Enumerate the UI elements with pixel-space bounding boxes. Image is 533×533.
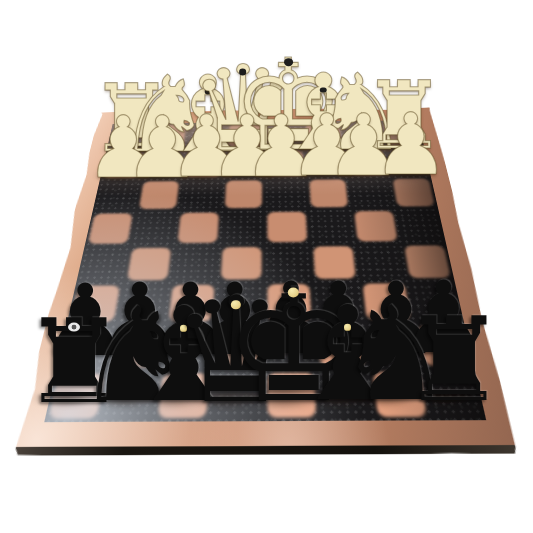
square[interactable] — [308, 209, 355, 244]
square[interactable] — [351, 208, 400, 243]
copper-square-tile — [177, 212, 218, 242]
square[interactable] — [174, 210, 221, 245]
square[interactable] — [219, 210, 264, 245]
square[interactable] — [129, 210, 178, 245]
square[interactable] — [395, 208, 446, 243]
chessboard-photo: ♜♞♝♛♚♝♞♜♟♟♟♟♟♟♟♟♟♟♟♟♟♟♟♟♜♞♝♛♚♝♞♜ — [0, 0, 533, 533]
square[interactable] — [85, 211, 136, 246]
copper-square-tile — [88, 213, 132, 243]
board-side-edge — [13, 445, 518, 456]
square[interactable] — [264, 209, 309, 244]
copper-square-tile — [267, 211, 306, 242]
piece-black-rook[interactable]: ♜ — [402, 301, 506, 417]
copper-square-tile — [354, 211, 397, 242]
piece-white-pawn[interactable]: ♟ — [373, 102, 450, 187]
